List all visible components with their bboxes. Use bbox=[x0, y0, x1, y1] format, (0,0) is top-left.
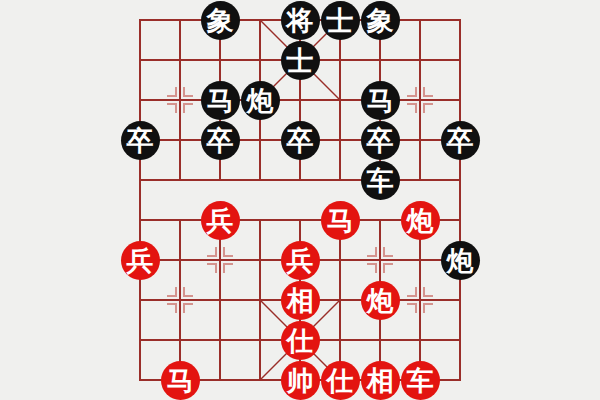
piece-red-horse[interactable]: 马 bbox=[321, 201, 360, 240]
xiangqi-board[interactable]: 象将士象士马炮马卒卒卒卒卒车兵马炮兵兵炮相炮仕马帅仕相车 bbox=[120, 0, 480, 400]
piece-black-horse[interactable]: 马 bbox=[201, 81, 240, 120]
piece-black-general[interactable]: 将 bbox=[281, 1, 320, 40]
piece-black-horse[interactable]: 马 bbox=[361, 81, 400, 120]
piece-black-pawn[interactable]: 卒 bbox=[121, 121, 160, 160]
piece-red-advisor[interactable]: 仕 bbox=[281, 321, 320, 360]
piece-red-pawn[interactable]: 兵 bbox=[121, 241, 160, 280]
piece-red-pawn[interactable]: 兵 bbox=[281, 241, 320, 280]
piece-black-elephant[interactable]: 象 bbox=[201, 1, 240, 40]
piece-black-cannon[interactable]: 炮 bbox=[241, 81, 280, 120]
piece-red-general[interactable]: 帅 bbox=[281, 361, 320, 400]
piece-black-elephant[interactable]: 象 bbox=[361, 1, 400, 40]
piece-red-advisor[interactable]: 仕 bbox=[321, 361, 360, 400]
piece-black-pawn[interactable]: 卒 bbox=[441, 121, 480, 160]
piece-red-elephant[interactable]: 相 bbox=[361, 361, 400, 400]
piece-red-chariot[interactable]: 车 bbox=[401, 361, 440, 400]
piece-red-horse[interactable]: 马 bbox=[161, 361, 200, 400]
piece-black-pawn[interactable]: 卒 bbox=[201, 121, 240, 160]
piece-red-cannon[interactable]: 炮 bbox=[361, 281, 400, 320]
piece-black-advisor[interactable]: 士 bbox=[281, 41, 320, 80]
piece-red-cannon[interactable]: 炮 bbox=[401, 201, 440, 240]
piece-black-pawn[interactable]: 卒 bbox=[281, 121, 320, 160]
piece-red-pawn[interactable]: 兵 bbox=[201, 201, 240, 240]
piece-black-chariot[interactable]: 车 bbox=[361, 161, 400, 200]
piece-black-cannon[interactable]: 炮 bbox=[441, 241, 480, 280]
piece-black-pawn[interactable]: 卒 bbox=[361, 121, 400, 160]
piece-black-advisor[interactable]: 士 bbox=[321, 1, 360, 40]
board-canvas: 象将士象士马炮马卒卒卒卒卒车兵马炮兵兵炮相炮仕马帅仕相车 bbox=[0, 0, 600, 400]
piece-red-elephant[interactable]: 相 bbox=[281, 281, 320, 320]
